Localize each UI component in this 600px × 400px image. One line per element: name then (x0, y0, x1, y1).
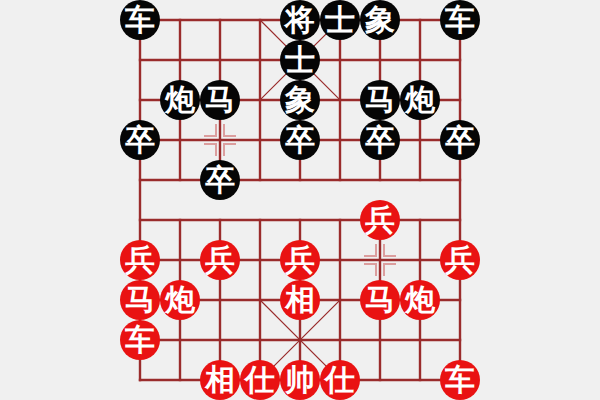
xiangqi-app-canvas: 车将士象车士炮马象马炮卒卒卒卒卒兵兵兵兵兵马炮相马炮车相仕帅仕车 (0, 0, 600, 400)
marker-corner (223, 143, 236, 156)
marker-corner (364, 244, 377, 257)
piece-red-cannon[interactable]: 炮 (160, 280, 200, 320)
piece-red-pawn[interactable]: 兵 (120, 240, 160, 280)
piece-black-cannon[interactable]: 炮 (400, 80, 440, 120)
piece-black-general[interactable]: 将 (280, 0, 320, 40)
piece-black-elephant[interactable]: 象 (280, 80, 320, 120)
piece-red-elephant[interactable]: 相 (280, 280, 320, 320)
piece-red-cannon[interactable]: 炮 (400, 280, 440, 320)
board-intersections: 车将士象车士炮马象马炮卒卒卒卒卒兵兵兵兵兵马炮相马炮车相仕帅仕车 (120, 0, 480, 400)
piece-red-horse[interactable]: 马 (360, 280, 400, 320)
piece-red-chariot[interactable]: 车 (440, 360, 480, 400)
marker-corner (223, 124, 236, 137)
marker-corner (204, 124, 217, 137)
piece-red-advisor[interactable]: 仕 (240, 360, 280, 400)
piece-black-horse[interactable]: 马 (360, 80, 400, 120)
piece-black-horse[interactable]: 马 (200, 80, 240, 120)
piece-red-pawn[interactable]: 兵 (440, 240, 480, 280)
marker-corner (383, 263, 396, 276)
piece-black-pawn[interactable]: 卒 (440, 120, 480, 160)
piece-red-pawn[interactable]: 兵 (280, 240, 320, 280)
piece-red-elephant[interactable]: 相 (200, 360, 240, 400)
piece-black-cannon[interactable]: 炮 (160, 80, 200, 120)
marker-corner (364, 263, 377, 276)
last-move-origin-marker (204, 124, 236, 156)
piece-black-elephant[interactable]: 象 (360, 0, 400, 40)
piece-red-pawn[interactable]: 兵 (360, 200, 400, 240)
piece-black-chariot[interactable]: 车 (120, 0, 160, 40)
marker-corner (204, 143, 217, 156)
piece-black-advisor[interactable]: 士 (320, 0, 360, 40)
xiangqi-board[interactable]: 车将士象车士炮马象马炮卒卒卒卒卒兵兵兵兵兵马炮相马炮车相仕帅仕车 (0, 0, 600, 400)
piece-black-pawn[interactable]: 卒 (360, 120, 400, 160)
piece-red-advisor[interactable]: 仕 (320, 360, 360, 400)
piece-red-pawn[interactable]: 兵 (200, 240, 240, 280)
piece-black-pawn[interactable]: 卒 (200, 160, 240, 200)
marker-corner (383, 244, 396, 257)
piece-red-horse[interactable]: 马 (120, 280, 160, 320)
piece-red-general[interactable]: 帅 (280, 360, 320, 400)
piece-black-advisor[interactable]: 士 (280, 40, 320, 80)
last-move-origin-marker (364, 244, 396, 276)
piece-red-chariot[interactable]: 车 (120, 320, 160, 360)
piece-black-pawn[interactable]: 卒 (280, 120, 320, 160)
piece-black-chariot[interactable]: 车 (440, 0, 480, 40)
piece-black-pawn[interactable]: 卒 (120, 120, 160, 160)
